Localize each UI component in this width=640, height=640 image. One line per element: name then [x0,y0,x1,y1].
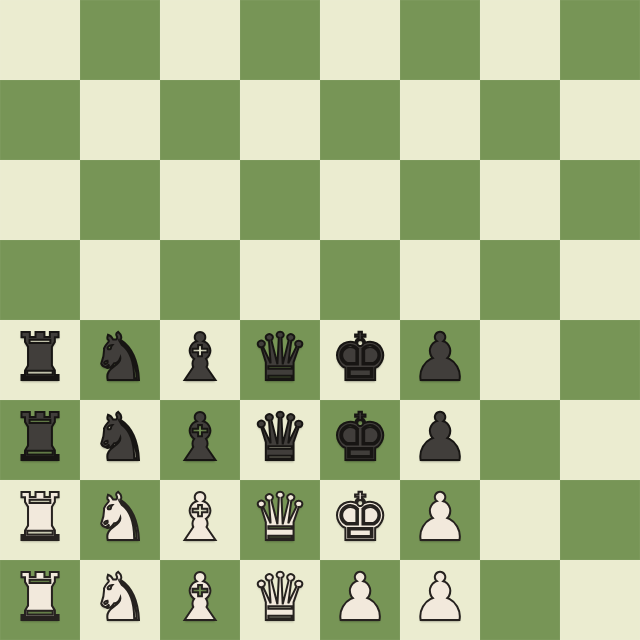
piece-white-knight[interactable]: ♞ [90,485,149,551]
square-h5[interactable] [560,240,640,320]
square-g2[interactable] [480,480,560,560]
square-b8[interactable] [80,0,160,80]
square-e3[interactable]: ♚ [320,400,400,480]
piece-black-queen[interactable]: ♛ [250,325,309,391]
square-b7[interactable] [80,80,160,160]
piece-white-bishop[interactable]: ♝ [170,485,229,551]
piece-black-knight[interactable]: ♞ [90,325,149,391]
square-g3[interactable] [480,400,560,480]
square-h6[interactable] [560,160,640,240]
square-b5[interactable] [80,240,160,320]
square-a3[interactable]: ♜ [0,400,80,480]
piece-white-bishop[interactable]: ♝ [170,565,229,631]
piece-black-rook[interactable]: ♜ [10,325,69,391]
square-g7[interactable] [480,80,560,160]
square-e5[interactable] [320,240,400,320]
piece-black-king[interactable]: ♚ [330,405,389,471]
square-g4[interactable] [480,320,560,400]
square-c8[interactable] [160,0,240,80]
square-a6[interactable] [0,160,80,240]
square-b3[interactable]: ♞ [80,400,160,480]
square-h3[interactable] [560,400,640,480]
square-e1[interactable]: ♟ [320,560,400,640]
square-b1[interactable]: ♞ [80,560,160,640]
piece-black-king[interactable]: ♚ [330,325,389,391]
square-d7[interactable] [240,80,320,160]
square-g6[interactable] [480,160,560,240]
square-a2[interactable]: ♜ [0,480,80,560]
square-b6[interactable] [80,160,160,240]
piece-black-pawn[interactable]: ♟ [410,325,469,391]
square-d6[interactable] [240,160,320,240]
piece-white-pawn[interactable]: ♟ [410,485,469,551]
square-f4[interactable]: ♟ [400,320,480,400]
square-c3[interactable]: ♝ [160,400,240,480]
square-d3[interactable]: ♛ [240,400,320,480]
piece-white-king[interactable]: ♚ [330,485,389,551]
square-g8[interactable] [480,0,560,80]
piece-black-queen[interactable]: ♛ [250,405,309,471]
square-e7[interactable] [320,80,400,160]
square-h8[interactable] [560,0,640,80]
piece-white-queen[interactable]: ♛ [250,485,309,551]
square-f7[interactable] [400,80,480,160]
square-b2[interactable]: ♞ [80,480,160,560]
square-h2[interactable] [560,480,640,560]
piece-white-pawn[interactable]: ♟ [330,565,389,631]
square-f6[interactable] [400,160,480,240]
square-h1[interactable] [560,560,640,640]
square-c4[interactable]: ♝ [160,320,240,400]
square-c1[interactable]: ♝ [160,560,240,640]
square-h7[interactable] [560,80,640,160]
square-f1[interactable]: ♟ [400,560,480,640]
square-e8[interactable] [320,0,400,80]
square-a1[interactable]: ♜ [0,560,80,640]
square-d4[interactable]: ♛ [240,320,320,400]
square-a5[interactable] [0,240,80,320]
square-f3[interactable]: ♟ [400,400,480,480]
square-a8[interactable] [0,0,80,80]
square-e4[interactable]: ♚ [320,320,400,400]
square-g1[interactable] [480,560,560,640]
square-e2[interactable]: ♚ [320,480,400,560]
piece-black-pawn[interactable]: ♟ [410,405,469,471]
piece-black-bishop[interactable]: ♝ [170,405,229,471]
square-f8[interactable] [400,0,480,80]
square-f5[interactable] [400,240,480,320]
piece-white-knight[interactable]: ♞ [90,565,149,631]
square-f2[interactable]: ♟ [400,480,480,560]
square-a7[interactable] [0,80,80,160]
piece-black-bishop[interactable]: ♝ [170,325,229,391]
piece-white-rook[interactable]: ♜ [10,565,69,631]
piece-white-pawn[interactable]: ♟ [410,565,469,631]
square-h4[interactable] [560,320,640,400]
square-d2[interactable]: ♛ [240,480,320,560]
piece-white-queen[interactable]: ♛ [250,565,309,631]
square-b4[interactable]: ♞ [80,320,160,400]
square-d1[interactable]: ♛ [240,560,320,640]
square-c2[interactable]: ♝ [160,480,240,560]
piece-black-knight[interactable]: ♞ [90,405,149,471]
square-g5[interactable] [480,240,560,320]
square-c7[interactable] [160,80,240,160]
square-c5[interactable] [160,240,240,320]
piece-white-rook[interactable]: ♜ [10,485,69,551]
square-d8[interactable] [240,0,320,80]
square-c6[interactable] [160,160,240,240]
square-d5[interactable] [240,240,320,320]
chess-board: ♜♞♝♛♚♟♜♞♝♛♚♟♜♞♝♛♚♟♜♞♝♛♟♟ [0,0,640,640]
square-e6[interactable] [320,160,400,240]
piece-black-rook[interactable]: ♜ [10,405,69,471]
square-a4[interactable]: ♜ [0,320,80,400]
